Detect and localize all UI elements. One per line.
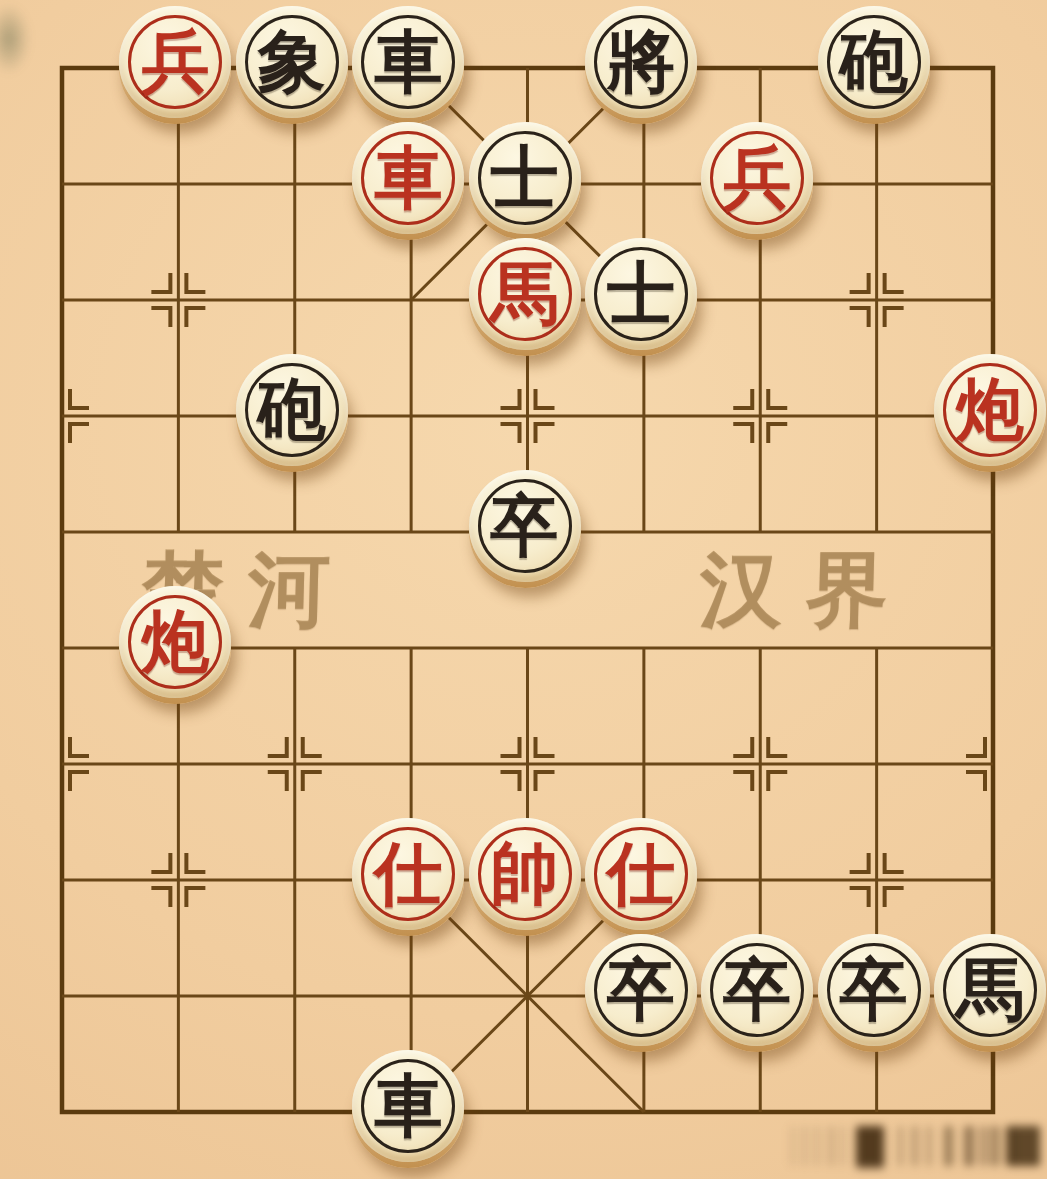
piece-glyph: 砲	[258, 376, 326, 444]
blurred-watermark	[788, 1118, 1044, 1174]
piece-black-soldier[interactable]: 卒	[585, 934, 697, 1052]
piece-red-advisor[interactable]: 仕	[352, 818, 464, 936]
piece-face: 馬	[469, 238, 581, 350]
piece-face: 仕	[585, 818, 697, 930]
piece-black-soldier[interactable]: 卒	[818, 934, 930, 1052]
piece-face: 卒	[585, 934, 697, 1046]
piece-face: 馬	[934, 934, 1046, 1046]
piece-red-soldier[interactable]: 兵	[119, 6, 231, 124]
piece-glyph: 砲	[840, 28, 908, 96]
piece-glyph: 馬	[956, 956, 1024, 1024]
piece-black-cannon[interactable]: 砲	[236, 354, 348, 472]
piece-glyph: 仕	[607, 840, 675, 908]
piece-red-cannon[interactable]: 炮	[119, 586, 231, 704]
piece-glyph: 卒	[723, 956, 791, 1024]
piece-glyph: 炮	[141, 608, 209, 676]
piece-red-soldier[interactable]: 兵	[701, 122, 813, 240]
piece-glyph: 車	[374, 1072, 442, 1140]
piece-black-advisor[interactable]: 士	[585, 238, 697, 356]
piece-glyph: 卒	[840, 956, 908, 1024]
piece-black-general[interactable]: 將	[585, 6, 697, 124]
piece-face: 車	[352, 6, 464, 118]
piece-black-chariot[interactable]: 車	[352, 6, 464, 124]
piece-glyph: 兵	[723, 144, 791, 212]
piece-black-cannon[interactable]: 砲	[818, 6, 930, 124]
piece-red-cannon[interactable]: 炮	[934, 354, 1046, 472]
piece-face: 卒	[701, 934, 813, 1046]
piece-black-elephant[interactable]: 象	[236, 6, 348, 124]
piece-face: 象	[236, 6, 348, 118]
xiangqi-board[interactable]: 楚河 汉界 兵象車將砲車士兵馬士砲炮卒炮仕帥仕卒卒卒馬車	[0, 0, 1047, 1179]
piece-red-advisor[interactable]: 仕	[585, 818, 697, 936]
piece-black-advisor[interactable]: 士	[469, 122, 581, 240]
piece-face: 炮	[119, 586, 231, 698]
piece-glyph: 炮	[956, 376, 1024, 444]
piece-face: 炮	[934, 354, 1046, 466]
piece-face: 士	[469, 122, 581, 234]
piece-face: 車	[352, 122, 464, 234]
piece-glyph: 帥	[491, 840, 559, 908]
piece-glyph: 仕	[374, 840, 442, 908]
piece-face: 士	[585, 238, 697, 350]
piece-face: 卒	[469, 470, 581, 582]
piece-face: 兵	[119, 6, 231, 118]
piece-face: 將	[585, 6, 697, 118]
piece-face: 砲	[236, 354, 348, 466]
piece-face: 兵	[701, 122, 813, 234]
piece-red-chariot[interactable]: 車	[352, 122, 464, 240]
piece-black-horse[interactable]: 馬	[934, 934, 1046, 1052]
piece-red-horse[interactable]: 馬	[469, 238, 581, 356]
piece-glyph: 將	[607, 28, 675, 96]
piece-face: 帥	[469, 818, 581, 930]
piece-glyph: 卒	[607, 956, 675, 1024]
piece-glyph: 車	[374, 144, 442, 212]
piece-glyph: 士	[607, 260, 675, 328]
piece-glyph: 士	[491, 144, 559, 212]
piece-glyph: 象	[258, 28, 326, 96]
piece-face: 砲	[818, 6, 930, 118]
piece-glyph: 兵	[141, 28, 209, 96]
piece-red-general[interactable]: 帥	[469, 818, 581, 936]
piece-glyph: 馬	[491, 260, 559, 328]
piece-black-soldier[interactable]: 卒	[701, 934, 813, 1052]
piece-glyph: 卒	[491, 492, 559, 560]
piece-face: 仕	[352, 818, 464, 930]
piece-glyph: 車	[374, 28, 442, 96]
river-label-right: 汉界	[699, 549, 913, 633]
piece-face: 車	[352, 1050, 464, 1162]
piece-face: 卒	[818, 934, 930, 1046]
piece-black-chariot[interactable]: 車	[352, 1050, 464, 1168]
piece-black-soldier[interactable]: 卒	[469, 470, 581, 588]
